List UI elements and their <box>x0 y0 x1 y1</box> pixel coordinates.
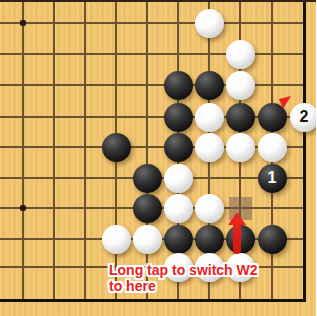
stone-white-O3[interactable] <box>133 225 162 254</box>
stone-white-P5[interactable] <box>164 164 193 193</box>
grid-vline <box>53 0 55 301</box>
move-number-label: 1 <box>268 170 277 186</box>
stone-black-P3[interactable] <box>164 225 193 254</box>
stone-black-Q3[interactable] <box>195 225 224 254</box>
stone-white-Q6[interactable] <box>195 133 224 162</box>
go-board-screen: 21 Long tap to switch W2 to here <box>0 0 316 316</box>
switch-arrow-head-icon <box>228 212 246 225</box>
move-number-label: 2 <box>300 109 309 125</box>
stone-white-Q7[interactable] <box>195 103 224 132</box>
top-border <box>0 0 316 2</box>
stone-white-R9[interactable] <box>226 40 255 69</box>
grid-vline <box>146 0 148 301</box>
red-flag-icon <box>278 96 292 110</box>
stone-white-S6[interactable] <box>258 133 287 162</box>
stone-white-N3[interactable] <box>102 225 131 254</box>
stone-black-N6[interactable] <box>102 133 131 162</box>
hint-text: Long tap to switch W2 to here <box>109 262 258 294</box>
switch-arrow-shaft <box>233 223 241 254</box>
stone-white-R8[interactable] <box>226 71 255 100</box>
board-edge-line-bottom <box>0 299 306 302</box>
grid-vline <box>22 0 24 301</box>
star-point-K4 <box>20 205 26 211</box>
grid-hline <box>0 22 306 24</box>
stone-white-P4[interactable] <box>164 194 193 223</box>
stone-black-S5[interactable]: 1 <box>258 164 287 193</box>
board-edge-line-right <box>303 0 306 302</box>
stone-black-Q8[interactable] <box>195 71 224 100</box>
stone-black-P6[interactable] <box>164 133 193 162</box>
stone-black-O4[interactable] <box>133 194 162 223</box>
stone-black-R7[interactable] <box>226 103 255 132</box>
stone-black-P7[interactable] <box>164 103 193 132</box>
hint-line2: to here <box>109 278 258 294</box>
grid-hline <box>0 53 306 55</box>
stone-black-P8[interactable] <box>164 71 193 100</box>
stone-black-S3[interactable] <box>258 225 287 254</box>
stone-white-R6[interactable] <box>226 133 255 162</box>
stone-white-T7[interactable]: 2 <box>290 103 317 132</box>
stone-black-O5[interactable] <box>133 164 162 193</box>
stone-white-Q10[interactable] <box>195 9 224 38</box>
stone-white-Q4[interactable] <box>195 194 224 223</box>
hint-line1: Long tap to switch W2 <box>109 262 258 278</box>
star-point-K10 <box>20 20 26 26</box>
grid-hline <box>0 84 306 86</box>
grid-vline <box>84 0 86 301</box>
